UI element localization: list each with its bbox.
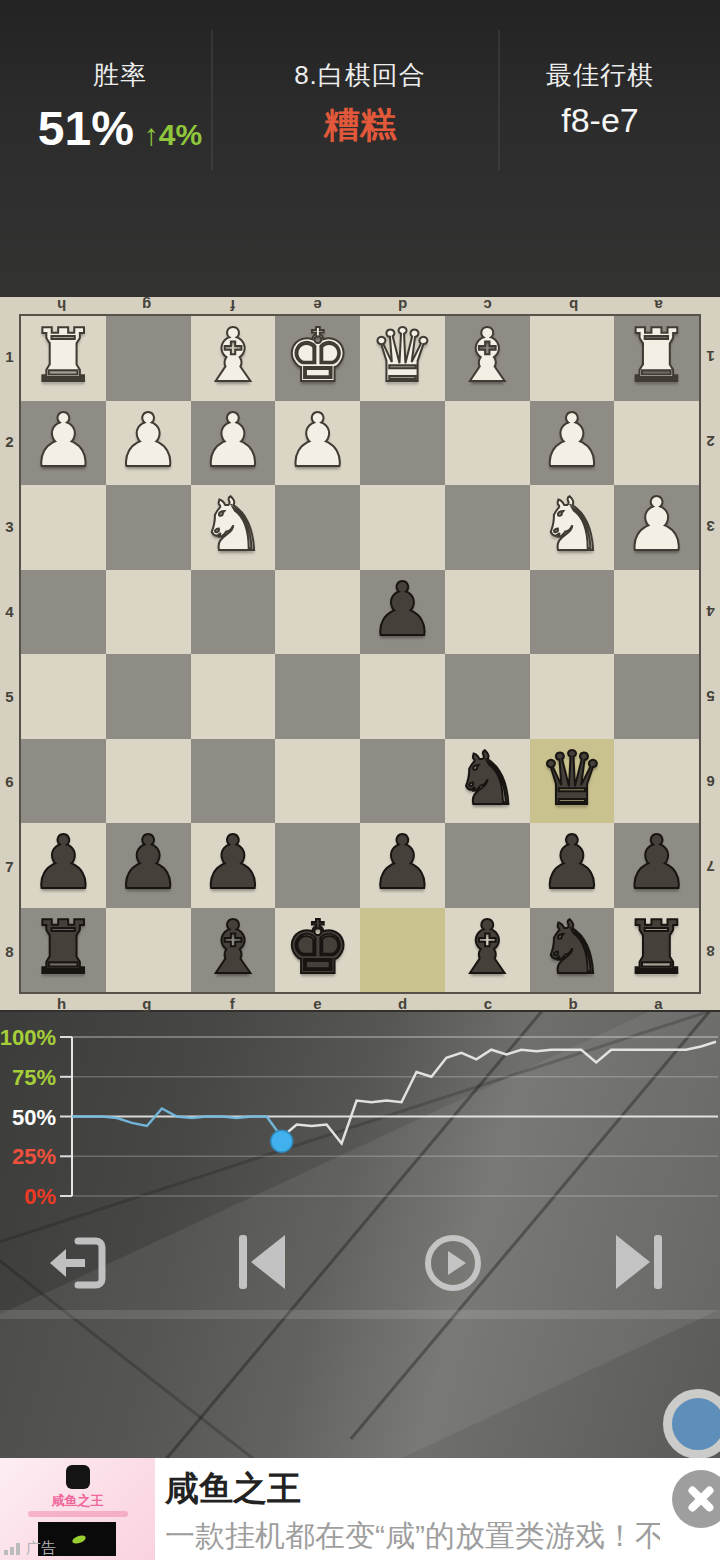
piece-black-pawn: ♟	[369, 573, 435, 647]
square-b6[interactable]: ♛	[530, 739, 615, 824]
square-e4[interactable]	[275, 570, 360, 655]
square-g7[interactable]: ♟	[106, 823, 191, 908]
square-d4[interactable]: ♟	[360, 570, 445, 655]
file-labels-top: hgfedcba	[19, 297, 701, 314]
square-f6[interactable]	[191, 739, 276, 824]
square-d1[interactable]: ♛	[360, 316, 445, 401]
playback-controls	[0, 1233, 720, 1297]
square-h7[interactable]: ♟	[21, 823, 106, 908]
square-a2[interactable]	[614, 401, 699, 486]
file-label-h: h	[19, 297, 104, 314]
ad-thumbnail: 咸鱼之王	[0, 1458, 155, 1560]
square-c6[interactable]: ♞	[445, 739, 530, 824]
svg-text:25%: 25%	[12, 1144, 56, 1169]
win-rate-row: 51% ↑4%	[38, 101, 202, 156]
piece-black-pawn: ♟	[115, 826, 181, 900]
square-c8[interactable]: ♝	[445, 908, 530, 993]
square-d5[interactable]	[360, 654, 445, 739]
piece-black-pawn: ♟	[369, 826, 435, 900]
square-b7[interactable]: ♟	[530, 823, 615, 908]
rank-label-1: 1	[0, 314, 19, 399]
piece-white-bishop: ♝	[454, 319, 520, 393]
app-screen: 胜率 51% ↑4% 8.白棋回合 糟糕 最佳行棋 f8-e7 hgfedcba…	[0, 0, 720, 1560]
file-label-c: c	[445, 297, 530, 314]
piece-black-knight: ♞	[454, 742, 520, 816]
file-label-d: d	[360, 994, 445, 1014]
file-label-g: g	[104, 994, 189, 1014]
piece-black-queen: ♛	[539, 742, 605, 816]
file-label-d: d	[360, 297, 445, 314]
rank-label-3: 3	[701, 484, 720, 569]
exit-icon	[48, 1233, 110, 1293]
square-d2[interactable]	[360, 401, 445, 486]
ad-watermark: 广告	[26, 1539, 56, 1558]
rank-label-6: 6	[701, 739, 720, 824]
square-h6[interactable]	[21, 739, 106, 824]
file-label-a: a	[616, 297, 701, 314]
win-rate-label: 胜率	[93, 58, 147, 93]
piece-white-king: ♚	[284, 319, 350, 393]
square-a5[interactable]	[614, 654, 699, 739]
square-f8[interactable]: ♝	[191, 908, 276, 993]
rank-label-1: 1	[701, 314, 720, 399]
piece-white-pawn: ♟	[284, 404, 350, 478]
piece-black-bishop: ♝	[200, 911, 266, 985]
square-h1[interactable]: ♜	[21, 316, 106, 401]
square-f7[interactable]: ♟	[191, 823, 276, 908]
square-c4[interactable]	[445, 570, 530, 655]
square-g1[interactable]	[106, 316, 191, 401]
square-c7[interactable]	[445, 823, 530, 908]
rank-label-8: 8	[0, 909, 19, 994]
best-move-label: 最佳行棋	[546, 58, 654, 93]
piece-white-knight: ♞	[539, 488, 605, 562]
file-label-b: b	[531, 994, 616, 1014]
square-g4[interactable]	[106, 570, 191, 655]
ad-banner[interactable]: 咸鱼之王 咸鱼之王 一款挂机都在变“咸”的放置类游戏！不用下… 广告	[0, 1458, 720, 1560]
square-b2[interactable]: ♟	[530, 401, 615, 486]
piece-black-king: ♚	[284, 911, 350, 985]
piece-black-rook: ♜	[623, 911, 689, 985]
square-f3[interactable]: ♞	[191, 485, 276, 570]
rank-label-2: 2	[701, 399, 720, 484]
next-move-button[interactable]	[612, 1233, 664, 1294]
piece-white-queen: ♛	[369, 319, 435, 393]
square-d6[interactable]	[360, 739, 445, 824]
rank-label-4: 4	[0, 569, 19, 654]
square-c2[interactable]	[445, 401, 530, 486]
piece-black-pawn: ♟	[623, 826, 689, 900]
ad-description: 一款挂机都在变“咸”的放置类游戏！不用下…	[165, 1516, 660, 1557]
rank-label-7: 7	[0, 824, 19, 909]
piece-black-pawn: ♟	[539, 826, 605, 900]
square-e3[interactable]	[275, 485, 360, 570]
piece-white-pawn: ♟	[200, 404, 266, 478]
file-label-e: e	[275, 297, 360, 314]
rank-label-7: 7	[701, 824, 720, 909]
win-rate-chart[interactable]: 100%75%50%25%0%	[0, 1015, 720, 1215]
analysis-stats-bar: 胜率 51% ↑4% 8.白棋回合 糟糕 最佳行棋 f8-e7	[0, 58, 720, 162]
square-a3[interactable]: ♟	[614, 485, 699, 570]
rank-label-5: 5	[701, 654, 720, 739]
svg-text:0%: 0%	[24, 1184, 56, 1209]
file-label-c: c	[445, 994, 530, 1014]
square-g8[interactable]	[106, 908, 191, 993]
stat-win-rate: 胜率 51% ↑4%	[0, 58, 240, 162]
piece-white-rook: ♜	[623, 319, 689, 393]
file-label-h: h	[19, 994, 104, 1014]
board-grid: ♜♝♚♛♝♜♟♟♟♟♟♞♞♟♟♞♛♟♟♟♟♟♟♜♝♚♝♞♜	[19, 314, 701, 994]
stat-best-move: 最佳行棋 f8-e7	[480, 58, 720, 162]
square-a6[interactable]	[614, 739, 699, 824]
rank-labels-left: 12345678	[0, 314, 19, 994]
square-h3[interactable]	[21, 485, 106, 570]
play-button[interactable]	[423, 1233, 483, 1296]
stat-turn: 8.白棋回合 糟糕	[240, 58, 480, 162]
ad-thumb-title: 咸鱼之王	[0, 1492, 155, 1510]
previous-move-button[interactable]	[237, 1233, 289, 1294]
piece-white-knight: ♞	[200, 488, 266, 562]
piece-white-bishop: ♝	[200, 319, 266, 393]
square-f2[interactable]: ♟	[191, 401, 276, 486]
rank-label-2: 2	[0, 399, 19, 484]
square-c5[interactable]	[445, 654, 530, 739]
piece-black-knight: ♞	[539, 911, 605, 985]
square-g3[interactable]	[106, 485, 191, 570]
ad-title: 咸鱼之王	[165, 1466, 301, 1512]
square-a7[interactable]: ♟	[614, 823, 699, 908]
rank-labels-right: 12345678	[701, 314, 720, 994]
square-f1[interactable]: ♝	[191, 316, 276, 401]
square-e8[interactable]: ♚	[275, 908, 360, 993]
ad-app-icon	[66, 1465, 90, 1489]
square-c1[interactable]: ♝	[445, 316, 530, 401]
piece-white-rook: ♜	[30, 319, 96, 393]
piece-white-pawn: ♟	[30, 404, 96, 478]
file-label-g: g	[104, 297, 189, 314]
turn-label: 8.白棋回合	[294, 58, 426, 93]
svg-text:75%: 75%	[12, 1065, 56, 1090]
previous-icon	[237, 1233, 289, 1291]
square-g6[interactable]	[106, 739, 191, 824]
svg-text:50%: 50%	[12, 1105, 56, 1130]
square-g5[interactable]	[106, 654, 191, 739]
file-label-f: f	[190, 297, 275, 314]
square-c3[interactable]	[445, 485, 530, 570]
piece-black-bishop: ♝	[454, 911, 520, 985]
square-d3[interactable]	[360, 485, 445, 570]
piece-black-pawn: ♟	[30, 826, 96, 900]
square-d7[interactable]: ♟	[360, 823, 445, 908]
ad-close-button[interactable]	[672, 1470, 720, 1528]
move-assessment: 糟糕	[324, 101, 396, 150]
file-label-b: b	[531, 297, 616, 314]
piece-white-pawn: ♟	[623, 488, 689, 562]
square-f4[interactable]	[191, 570, 276, 655]
exit-button[interactable]	[48, 1233, 110, 1296]
rank-label-6: 6	[0, 739, 19, 824]
piece-white-pawn: ♟	[115, 404, 181, 478]
chess-board: hgfedcba 12345678 ♜♝♚♛♝♜♟♟♟♟♟♞♞♟♟♞♛♟♟♟♟♟…	[0, 295, 720, 1012]
square-a1[interactable]: ♜	[614, 316, 699, 401]
win-rate-value: 51%	[38, 101, 134, 156]
ad-badge-icon	[4, 1543, 22, 1555]
piece-black-pawn: ♟	[200, 826, 266, 900]
square-h5[interactable]	[21, 654, 106, 739]
square-e7[interactable]	[275, 823, 360, 908]
square-a8[interactable]: ♜	[614, 908, 699, 993]
piece-black-rook: ♜	[30, 911, 96, 985]
square-b4[interactable]	[530, 570, 615, 655]
piece-white-pawn: ♟	[539, 404, 605, 478]
square-b5[interactable]	[530, 654, 615, 739]
square-e5[interactable]	[275, 654, 360, 739]
svg-text:100%: 100%	[0, 1025, 56, 1050]
square-e1[interactable]: ♚	[275, 316, 360, 401]
square-b8[interactable]: ♞	[530, 908, 615, 993]
square-h2[interactable]: ♟	[21, 401, 106, 486]
square-g2[interactable]: ♟	[106, 401, 191, 486]
square-e2[interactable]: ♟	[275, 401, 360, 486]
square-b1[interactable]	[530, 316, 615, 401]
square-f5[interactable]	[191, 654, 276, 739]
best-move-value: f8-e7	[561, 101, 639, 140]
square-h8[interactable]: ♜	[21, 908, 106, 993]
file-label-f: f	[190, 994, 275, 1014]
file-label-a: a	[616, 994, 701, 1014]
rank-label-5: 5	[0, 654, 19, 739]
ad-thumb-tagline	[28, 1511, 128, 1517]
rank-label-3: 3	[0, 484, 19, 569]
next-icon	[612, 1233, 664, 1291]
rank-label-8: 8	[701, 909, 720, 994]
file-labels-bottom: hgfedcba	[19, 994, 701, 1014]
square-e6[interactable]	[275, 739, 360, 824]
win-rate-delta: ↑4%	[144, 118, 202, 152]
file-label-e: e	[275, 994, 360, 1014]
fish-image	[71, 1534, 87, 1545]
rank-label-4: 4	[701, 569, 720, 654]
square-d8[interactable]	[360, 908, 445, 993]
square-h4[interactable]	[21, 570, 106, 655]
play-icon	[423, 1233, 483, 1293]
square-a4[interactable]	[614, 570, 699, 655]
square-b3[interactable]: ♞	[530, 485, 615, 570]
